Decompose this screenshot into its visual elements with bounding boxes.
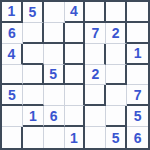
given-digit: 2 xyxy=(112,26,120,40)
given-digit: 7 xyxy=(134,88,142,102)
cell-r4c6[interactable] xyxy=(106,65,127,86)
given-digit: 5 xyxy=(112,131,120,145)
cell-r2c6[interactable]: 2 xyxy=(106,23,127,44)
cell-r1c2[interactable]: 5 xyxy=(23,2,44,23)
cell-r7c5[interactable] xyxy=(85,127,106,148)
cell-r7c6[interactable]: 5 xyxy=(106,127,127,148)
given-digit: 1 xyxy=(70,131,78,145)
cell-r2c3[interactable] xyxy=(44,23,65,44)
cell-r6c4[interactable] xyxy=(65,106,86,127)
given-digit: 7 xyxy=(91,26,99,40)
cell-r3c6[interactable] xyxy=(106,44,127,65)
given-digit: 1 xyxy=(29,109,37,123)
cell-r5c3[interactable] xyxy=(44,85,65,106)
given-digit: 1 xyxy=(134,46,142,60)
cell-r1c1[interactable]: 1 xyxy=(2,2,23,23)
cell-r4c4[interactable] xyxy=(65,65,86,86)
cell-r7c2[interactable] xyxy=(23,127,44,148)
cell-r3c4[interactable] xyxy=(65,44,86,65)
cell-r7c1[interactable] xyxy=(2,127,23,148)
given-digit: 5 xyxy=(8,88,16,102)
given-digit: 5 xyxy=(134,109,142,123)
cell-r5c6[interactable] xyxy=(106,85,127,106)
given-digit: 6 xyxy=(8,26,16,40)
cell-r4c5[interactable]: 2 xyxy=(85,65,106,86)
cell-r4c2[interactable] xyxy=(23,65,44,86)
cell-r7c3[interactable] xyxy=(44,127,65,148)
cell-r6c2[interactable]: 1 xyxy=(23,106,44,127)
cell-r6c6[interactable] xyxy=(106,106,127,127)
cell-r5c5[interactable] xyxy=(85,85,106,106)
cell-r6c5[interactable] xyxy=(85,106,106,127)
given-digit: 1 xyxy=(8,4,16,18)
cell-r3c3[interactable] xyxy=(44,44,65,65)
cell-r1c5[interactable] xyxy=(85,2,106,23)
cell-r7c7[interactable]: 6 xyxy=(127,127,148,148)
cell-r3c7[interactable]: 1 xyxy=(127,44,148,65)
cell-r5c1[interactable]: 5 xyxy=(2,85,23,106)
cell-r2c4[interactable] xyxy=(65,23,86,44)
cell-r6c1[interactable] xyxy=(2,106,23,127)
given-digit: 6 xyxy=(50,109,58,123)
cell-r6c3[interactable]: 6 xyxy=(44,106,65,127)
cell-r1c7[interactable] xyxy=(127,2,148,23)
cell-r4c1[interactable] xyxy=(2,65,23,86)
cell-r2c7[interactable] xyxy=(127,23,148,44)
given-digit: 4 xyxy=(70,4,78,18)
puzzle-board: 154672415257165156 xyxy=(0,0,150,150)
cell-r1c4[interactable]: 4 xyxy=(65,2,86,23)
cell-r2c2[interactable] xyxy=(23,23,44,44)
cell-r5c4[interactable] xyxy=(65,85,86,106)
cell-r2c5[interactable]: 7 xyxy=(85,23,106,44)
cell-r3c1[interactable]: 4 xyxy=(2,44,23,65)
cell-r3c2[interactable] xyxy=(23,44,44,65)
cell-r1c6[interactable] xyxy=(106,2,127,23)
cell-r6c7[interactable]: 5 xyxy=(127,106,148,127)
cell-r5c2[interactable] xyxy=(23,85,44,106)
cell-r5c7[interactable]: 7 xyxy=(127,85,148,106)
cell-r4c3[interactable]: 5 xyxy=(44,65,65,86)
given-digit: 4 xyxy=(8,47,16,61)
given-digit: 6 xyxy=(134,131,142,145)
cell-r7c4[interactable]: 1 xyxy=(65,127,86,148)
cell-r3c5[interactable] xyxy=(85,44,106,65)
cell-r4c7[interactable] xyxy=(127,65,148,86)
given-digit: 2 xyxy=(91,67,99,81)
cell-r1c3[interactable] xyxy=(44,2,65,23)
given-digit: 5 xyxy=(49,67,57,81)
cell-r2c1[interactable]: 6 xyxy=(2,23,23,44)
given-digit: 5 xyxy=(28,5,36,19)
